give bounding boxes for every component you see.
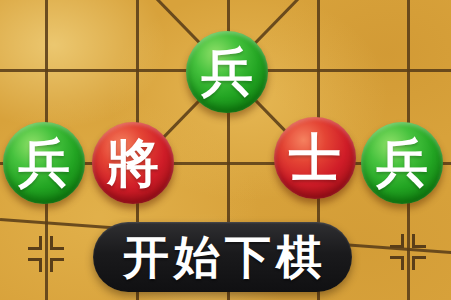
piece-green-soldier-left[interactable]: 兵 — [3, 122, 85, 204]
start-game-button-label: 开始下棋 — [118, 234, 327, 280]
piece-glyph: 兵 — [376, 137, 428, 189]
piece-green-soldier-right[interactable]: 兵 — [361, 122, 443, 204]
piece-green-soldier-top[interactable]: 兵 — [186, 31, 268, 113]
position-marker-icon — [28, 236, 64, 272]
piece-glyph: 兵 — [201, 46, 253, 98]
piece-glyph: 將 — [107, 137, 159, 189]
piece-glyph: 兵 — [18, 137, 70, 189]
piece-red-general[interactable]: 將 — [92, 122, 174, 204]
piece-glyph: 士 — [289, 132, 341, 184]
start-game-button[interactable]: 开始下棋 — [93, 222, 352, 292]
xiangqi-board: 兵 兵 將 士 兵 开始下棋 — [0, 0, 451, 300]
piece-red-advisor[interactable]: 士 — [274, 117, 356, 199]
position-marker-icon — [390, 234, 426, 270]
